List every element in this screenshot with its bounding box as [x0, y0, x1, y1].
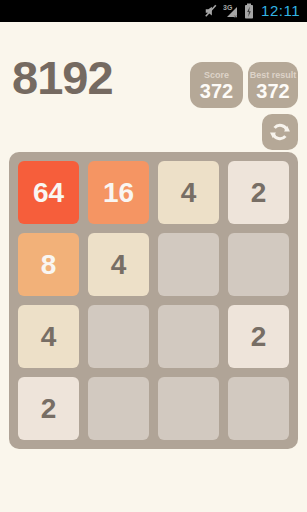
svg-text:3G: 3G: [223, 4, 233, 11]
best-result-box: Best result 372: [248, 62, 298, 108]
game-board[interactable]: 64164284422: [9, 152, 298, 449]
app-screen: 3G × 12:11 8192 Score 372 Best result 37…: [0, 0, 307, 512]
app-title: 8192: [12, 54, 113, 101]
battery-charging-icon: [244, 3, 254, 19]
score-label: Score: [204, 70, 229, 81]
tile-16: 16: [88, 161, 149, 224]
empty-cell: [228, 377, 289, 440]
empty-cell: [158, 377, 219, 440]
empty-cell: [88, 377, 149, 440]
tile-4: 4: [158, 161, 219, 224]
tile-4: 4: [18, 305, 79, 368]
tile-2: 2: [228, 161, 289, 224]
empty-cell: [158, 305, 219, 368]
tile-2: 2: [228, 305, 289, 368]
best-result-value: 372: [256, 80, 289, 102]
empty-cell: [228, 233, 289, 296]
tile-8: 8: [18, 233, 79, 296]
clock: 12:11: [259, 2, 303, 20]
tile-4: 4: [88, 233, 149, 296]
refresh-icon: [267, 119, 293, 145]
empty-cell: [158, 233, 219, 296]
restart-button[interactable]: [262, 114, 298, 150]
svg-text:×: ×: [234, 13, 238, 19]
best-result-label: Best result: [250, 70, 297, 81]
empty-cell: [88, 305, 149, 368]
score-value: 372: [200, 80, 233, 102]
signal-3g-icon: 3G ×: [223, 3, 239, 19]
tile-64: 64: [18, 161, 79, 224]
mute-icon: [204, 4, 218, 18]
status-bar: 3G × 12:11: [0, 0, 307, 22]
score-box: Score 372: [190, 62, 243, 108]
tile-2: 2: [18, 377, 79, 440]
